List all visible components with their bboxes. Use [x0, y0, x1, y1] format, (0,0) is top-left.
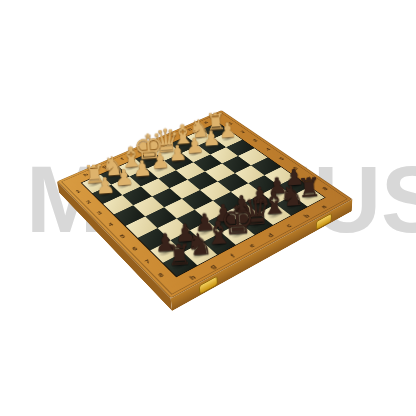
- rank-label-right-3: 3: [252, 138, 259, 142]
- rank-label-left-7: 7: [144, 259, 152, 265]
- file-label-near-b: b: [302, 213, 310, 219]
- rank-label-left-3: 3: [96, 210, 103, 215]
- rank-label-right-5: 5: [278, 156, 285, 160]
- file-label-near-f: f: [229, 253, 236, 258]
- file-label-near-e: e: [248, 243, 256, 249]
- file-label-near-g: g: [209, 263, 218, 269]
- rank-label-left-8: 8: [157, 272, 165, 278]
- rank-label-left-5: 5: [119, 233, 126, 239]
- file-label-near-d: d: [266, 232, 274, 238]
- rank-label-right-8: 8: [321, 186, 329, 191]
- rank-label-left-4: 4: [107, 222, 114, 227]
- file-label-near-c: c: [285, 223, 293, 229]
- file-label-near-a: a: [320, 204, 328, 209]
- rank-label-right-4: 4: [265, 147, 272, 151]
- chess-set: hh11gg22ff33ee44dd55cc66bb77aa88♜♞♝♛♚♝♞♜…: [87, 77, 313, 303]
- front-latch-left: [199, 276, 218, 295]
- chess-board-box: hh11gg22ff33ee44dd55cc66bb77aa88♜♞♝♛♚♝♞♜…: [57, 110, 353, 298]
- rank-label-left-1: 1: [75, 189, 82, 194]
- rank-label-right-2: 2: [239, 130, 246, 134]
- file-label-near-h: h: [188, 274, 197, 281]
- rank-label-left-6: 6: [131, 246, 139, 252]
- rank-label-left-2: 2: [85, 199, 92, 204]
- product-photo: MAGNUS hh11gg22ff33ee44dd55cc66bb77aa88♜…: [0, 0, 416, 416]
